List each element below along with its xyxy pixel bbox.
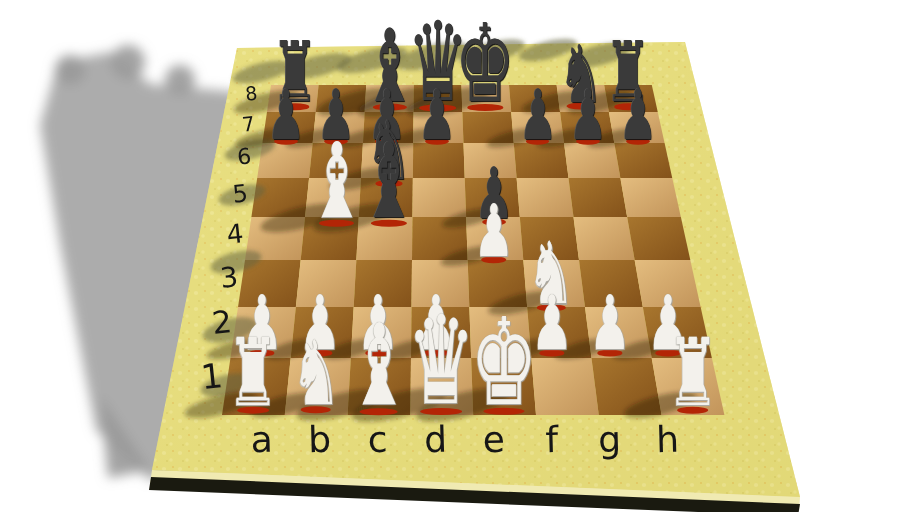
- square-h6: [614, 143, 672, 178]
- rank-label-1: 1: [199, 355, 225, 397]
- chess-board: 87654321abcdefgh: [0, 0, 910, 512]
- square-h3: [635, 260, 701, 307]
- rank-label-4: 4: [225, 218, 245, 250]
- square-h5: [620, 178, 680, 217]
- file-label-c: c: [367, 419, 388, 461]
- square-d5: [412, 178, 466, 217]
- square-e6: [463, 143, 516, 178]
- rank-label-7: 7: [241, 111, 256, 136]
- rank-label-2: 2: [210, 303, 233, 341]
- file-label-f: f: [545, 419, 560, 460]
- file-label-h: h: [656, 419, 680, 461]
- square-g5: [568, 178, 627, 217]
- square-h4: [627, 217, 690, 260]
- rank-label-8: 8: [244, 81, 258, 104]
- rank-label-6: 6: [236, 143, 253, 169]
- file-label-b: b: [308, 419, 332, 461]
- file-label-a: a: [250, 419, 273, 461]
- file-label-d: d: [424, 419, 448, 461]
- square-c3: [354, 260, 412, 307]
- square-g3: [579, 260, 643, 307]
- square-d3: [412, 260, 470, 307]
- square-f1: [531, 358, 598, 415]
- square-g6: [564, 143, 620, 178]
- square-f5: [517, 178, 574, 217]
- square-g4: [573, 217, 634, 260]
- rank-label-5: 5: [231, 179, 249, 208]
- render-canvas: 87654321abcdefgh ♜♝♛♚♞♜♟♟♟♟♟♟♟♞♝♟♝♟♞♟♟♟♟…: [0, 0, 910, 512]
- file-label-e: e: [482, 419, 505, 461]
- square-b3: [296, 260, 356, 307]
- square-f6: [514, 143, 569, 178]
- rank-label-3: 3: [218, 260, 239, 295]
- file-label-g: g: [598, 419, 622, 461]
- square-f4: [520, 217, 579, 260]
- square-d6: [413, 143, 465, 178]
